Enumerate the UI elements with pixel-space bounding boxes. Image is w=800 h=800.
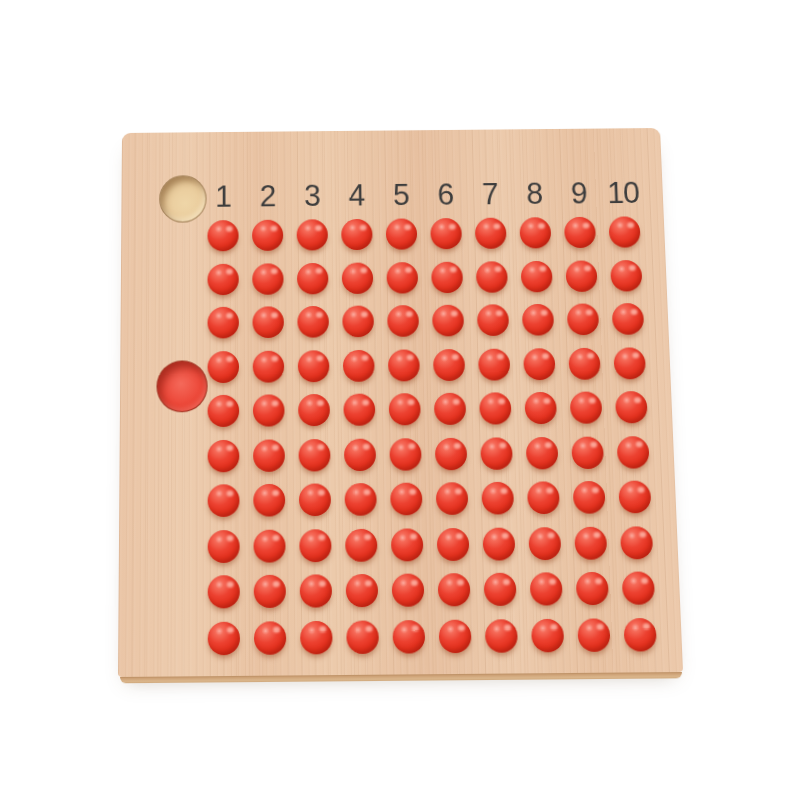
bead-cell bbox=[431, 613, 478, 660]
red-bead[interactable] bbox=[208, 621, 240, 655]
red-bead[interactable] bbox=[389, 438, 421, 471]
red-bead[interactable] bbox=[297, 219, 328, 250]
red-bead[interactable] bbox=[434, 393, 466, 425]
bead-cell bbox=[424, 255, 470, 299]
red-bead[interactable] bbox=[530, 573, 563, 606]
bead-cell bbox=[605, 297, 652, 341]
bead-cell bbox=[431, 567, 478, 613]
red-bead[interactable] bbox=[439, 619, 472, 653]
bead-cell bbox=[292, 432, 338, 477]
bead-cell bbox=[290, 213, 335, 257]
bead-cell bbox=[514, 254, 560, 298]
red-bead[interactable] bbox=[298, 350, 330, 382]
red-bead[interactable] bbox=[430, 218, 462, 249]
bead-cell bbox=[293, 568, 340, 614]
bead-cell bbox=[428, 431, 475, 476]
bead-cell bbox=[613, 520, 661, 566]
column-label: 9 bbox=[556, 176, 602, 211]
bead-cell bbox=[381, 343, 427, 388]
red-bead[interactable] bbox=[613, 347, 646, 379]
bead-cell bbox=[512, 211, 558, 255]
red-bead[interactable] bbox=[519, 217, 551, 248]
column-label: 5 bbox=[378, 178, 423, 213]
column-label: 7 bbox=[467, 177, 512, 212]
red-bead[interactable] bbox=[208, 484, 240, 517]
bead-cell bbox=[423, 212, 469, 256]
bead-cell bbox=[339, 568, 386, 614]
red-bead[interactable] bbox=[253, 350, 285, 382]
bead-cell bbox=[521, 520, 568, 566]
bead-cell bbox=[201, 615, 247, 662]
bead-cell bbox=[246, 388, 292, 433]
bead-cell bbox=[610, 430, 657, 475]
bead-cell bbox=[335, 300, 381, 344]
red-bead[interactable] bbox=[254, 621, 286, 655]
bead-cell bbox=[570, 612, 618, 659]
red-bead[interactable] bbox=[521, 261, 553, 293]
red-bead[interactable] bbox=[297, 306, 329, 338]
red-bead[interactable] bbox=[528, 527, 561, 560]
red-bead[interactable] bbox=[346, 620, 379, 654]
bead-cell bbox=[602, 211, 648, 255]
red-bead[interactable] bbox=[299, 529, 331, 562]
bead-cell bbox=[201, 389, 246, 434]
bead-cell bbox=[339, 614, 386, 661]
red-bead[interactable] bbox=[571, 436, 604, 469]
bead-cell bbox=[427, 387, 473, 432]
bead-cell bbox=[560, 297, 606, 341]
red-bead[interactable] bbox=[609, 217, 641, 248]
red-bead[interactable] bbox=[568, 348, 601, 380]
bead-cell bbox=[611, 474, 658, 520]
bead-cell bbox=[469, 255, 515, 299]
red-bead[interactable] bbox=[254, 575, 286, 608]
bead-cell bbox=[201, 257, 246, 301]
column-label: 1 bbox=[201, 180, 246, 215]
bead-cell bbox=[336, 387, 382, 432]
bead-cell bbox=[473, 431, 520, 476]
red-bead[interactable] bbox=[298, 394, 330, 426]
bead-cell bbox=[201, 433, 247, 478]
bead-cell bbox=[245, 214, 290, 258]
empty-recess-hole[interactable] bbox=[159, 175, 206, 223]
bead-cell bbox=[608, 385, 655, 430]
red-bead[interactable] bbox=[208, 395, 240, 427]
bead-cell bbox=[520, 475, 567, 521]
red-bead[interactable] bbox=[612, 303, 645, 335]
bead-cell bbox=[247, 614, 294, 661]
red-bead[interactable] bbox=[615, 391, 648, 423]
bead-cell bbox=[338, 477, 384, 523]
column-labels: 12345678910 bbox=[201, 176, 646, 213]
red-bead[interactable] bbox=[479, 393, 511, 425]
red-bead[interactable] bbox=[208, 440, 240, 473]
bead-cell bbox=[245, 257, 290, 301]
bead-cell bbox=[477, 566, 524, 612]
bead-cell bbox=[385, 613, 432, 660]
red-bead[interactable] bbox=[253, 439, 285, 472]
bead-cell bbox=[383, 476, 430, 522]
bead-cell bbox=[566, 475, 613, 521]
red-bead[interactable] bbox=[484, 573, 517, 606]
red-bead[interactable] bbox=[617, 436, 650, 469]
bead-cell bbox=[475, 521, 522, 567]
bead-cell bbox=[337, 432, 383, 477]
red-bead[interactable] bbox=[485, 619, 518, 653]
bead-cell bbox=[564, 430, 611, 475]
bead-cell bbox=[246, 433, 292, 478]
red-bead[interactable] bbox=[253, 529, 285, 562]
bead-cell bbox=[246, 344, 291, 389]
red-bead[interactable] bbox=[480, 437, 513, 470]
photo-background: 12345678910 bbox=[0, 0, 800, 800]
bead-cell bbox=[201, 301, 246, 345]
bead-cell bbox=[385, 567, 432, 613]
red-bead[interactable] bbox=[438, 573, 471, 606]
red-bead[interactable] bbox=[344, 438, 376, 471]
bead-cell bbox=[468, 212, 514, 256]
red-bead[interactable] bbox=[573, 481, 606, 514]
red-bead[interactable] bbox=[527, 482, 560, 515]
bead-cell bbox=[430, 521, 477, 567]
red-bead[interactable] bbox=[526, 437, 559, 470]
red-bead[interactable] bbox=[299, 439, 331, 472]
bead-cell bbox=[425, 299, 471, 343]
red-bead[interactable] bbox=[346, 574, 379, 607]
red-bead[interactable] bbox=[478, 348, 510, 380]
bead-cell bbox=[334, 213, 379, 257]
bead-cell bbox=[523, 566, 570, 612]
bead-cell bbox=[201, 345, 246, 390]
bead-cell bbox=[614, 565, 662, 611]
bead-cell bbox=[568, 566, 616, 612]
red-bead[interactable] bbox=[389, 393, 421, 425]
bead-cell bbox=[380, 256, 426, 300]
red-bead[interactable] bbox=[343, 394, 375, 426]
red-bead[interactable] bbox=[567, 304, 599, 336]
red-bead[interactable] bbox=[476, 261, 508, 293]
red-bead[interactable] bbox=[300, 621, 333, 655]
bead-cell bbox=[474, 476, 521, 522]
red-bead[interactable] bbox=[208, 263, 239, 295]
red-bead[interactable] bbox=[435, 438, 467, 471]
red-bead[interactable] bbox=[522, 304, 554, 336]
red-bead[interactable] bbox=[570, 392, 603, 424]
red-bead[interactable] bbox=[392, 574, 425, 607]
red-bead[interactable] bbox=[253, 395, 285, 427]
red-bead[interactable] bbox=[208, 220, 239, 251]
column-label: 8 bbox=[511, 177, 557, 212]
red-bead[interactable] bbox=[577, 618, 610, 652]
bead-cell bbox=[472, 386, 519, 431]
bead-cell bbox=[603, 254, 649, 298]
red-bead[interactable] bbox=[622, 572, 655, 605]
bead-cell bbox=[606, 341, 653, 386]
bead-cell bbox=[519, 430, 566, 475]
red-bead[interactable] bbox=[342, 262, 374, 294]
red-bead[interactable] bbox=[564, 217, 596, 248]
red-bead[interactable] bbox=[620, 526, 653, 559]
red-bead[interactable] bbox=[483, 527, 516, 560]
bead-cell bbox=[516, 342, 563, 387]
bead-cell bbox=[382, 432, 428, 477]
red-bead[interactable] bbox=[208, 351, 239, 383]
column-label: 6 bbox=[423, 178, 468, 213]
red-bead[interactable] bbox=[299, 484, 331, 517]
bead-cell bbox=[563, 385, 610, 430]
red-bead[interactable] bbox=[252, 220, 283, 251]
bead-cell bbox=[246, 478, 292, 524]
bead-cell bbox=[517, 386, 564, 431]
red-bead[interactable] bbox=[481, 482, 514, 515]
red-bead[interactable] bbox=[437, 528, 470, 561]
bead-cell bbox=[382, 387, 428, 432]
bead-cell bbox=[515, 298, 561, 342]
red-bead[interactable] bbox=[618, 481, 651, 514]
bead-cell bbox=[336, 343, 382, 388]
bead-cell bbox=[246, 523, 292, 569]
red-bead[interactable] bbox=[432, 305, 464, 337]
red-bead[interactable] bbox=[341, 219, 372, 250]
red-bead[interactable] bbox=[531, 619, 564, 653]
red-bead[interactable] bbox=[252, 307, 283, 339]
red-bead[interactable] bbox=[391, 528, 424, 561]
red-bead[interactable] bbox=[297, 263, 328, 295]
bead-cell bbox=[291, 344, 337, 389]
bead-cell bbox=[478, 612, 525, 659]
bead-cell bbox=[557, 211, 603, 255]
bead-cell bbox=[290, 257, 335, 301]
red-bead[interactable] bbox=[610, 260, 642, 292]
bead-cell bbox=[290, 300, 335, 344]
red-bead[interactable] bbox=[208, 530, 240, 563]
red-bead[interactable] bbox=[343, 350, 375, 382]
bead-cell bbox=[292, 477, 338, 523]
bead-cell bbox=[380, 299, 426, 343]
bead-cell bbox=[335, 256, 380, 300]
bead-cell bbox=[429, 476, 476, 522]
column-label: 2 bbox=[245, 179, 290, 214]
red-bead[interactable] bbox=[252, 263, 283, 295]
bead-cell bbox=[561, 341, 608, 386]
bead-cell bbox=[201, 523, 247, 569]
red-bead[interactable] bbox=[477, 305, 509, 337]
red-bead[interactable] bbox=[431, 261, 463, 293]
column-label: 3 bbox=[289, 179, 334, 214]
bead-cell bbox=[470, 298, 516, 342]
bead-cell bbox=[616, 611, 664, 658]
red-bead[interactable] bbox=[524, 392, 557, 424]
bead-cell bbox=[567, 520, 614, 566]
red-bead[interactable] bbox=[390, 483, 422, 516]
bead-cell bbox=[471, 342, 517, 387]
bead-cell bbox=[379, 213, 424, 257]
red-bead[interactable] bbox=[574, 526, 607, 559]
red-bead[interactable] bbox=[345, 529, 377, 562]
red-bead[interactable] bbox=[623, 618, 656, 652]
bead-cell bbox=[201, 569, 247, 615]
red-bead[interactable] bbox=[253, 484, 285, 517]
bead-cell bbox=[338, 522, 385, 568]
red-bead[interactable] bbox=[387, 305, 419, 337]
red-bead[interactable] bbox=[565, 260, 597, 292]
column-label: 10 bbox=[600, 176, 646, 211]
bead-cell bbox=[558, 254, 604, 298]
column-label: 4 bbox=[334, 178, 379, 213]
red-bead[interactable] bbox=[523, 348, 555, 380]
bead-cell bbox=[384, 522, 431, 568]
bead-cell bbox=[201, 214, 246, 258]
red-bead[interactable] bbox=[392, 620, 425, 654]
bead-cell bbox=[524, 612, 572, 659]
red-bead[interactable] bbox=[300, 575, 332, 608]
bead-cell bbox=[201, 478, 247, 524]
red-bead[interactable] bbox=[342, 306, 374, 338]
bead-cell bbox=[292, 522, 338, 568]
red-bead[interactable] bbox=[386, 262, 418, 294]
bead-cell bbox=[426, 343, 472, 388]
bead-cell bbox=[293, 614, 340, 661]
red-bead[interactable] bbox=[388, 349, 420, 381]
red-bead[interactable] bbox=[345, 483, 377, 516]
red-bead[interactable] bbox=[436, 482, 469, 515]
red-bead[interactable] bbox=[433, 349, 465, 381]
red-bead[interactable] bbox=[576, 572, 609, 605]
red-bead[interactable] bbox=[208, 575, 240, 608]
bead-cell bbox=[246, 300, 291, 344]
multiplication-bead-board: 12345678910 bbox=[118, 128, 683, 683]
bead-cell bbox=[247, 568, 293, 614]
bead-cell bbox=[291, 388, 337, 433]
red-bead[interactable] bbox=[386, 219, 418, 250]
bead-grid bbox=[201, 211, 665, 662]
red-bead[interactable] bbox=[475, 218, 507, 249]
red-bead[interactable] bbox=[208, 307, 239, 339]
